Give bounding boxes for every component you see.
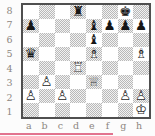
square-f5 bbox=[102, 47, 118, 61]
rank-label-2: 2 bbox=[0, 90, 19, 105]
square-b8 bbox=[39, 5, 55, 19]
file-label-f: f bbox=[100, 119, 116, 132]
square-f1 bbox=[102, 103, 118, 117]
piece-white-queen: ♕ bbox=[86, 75, 102, 89]
square-d3 bbox=[70, 75, 86, 89]
file-label-h: h bbox=[131, 119, 147, 132]
square-g4 bbox=[118, 61, 134, 75]
rank-labels: 87654321 bbox=[0, 3, 19, 119]
square-g7: ♟ bbox=[118, 19, 134, 33]
rank-label-4: 4 bbox=[0, 61, 19, 76]
square-e2 bbox=[86, 89, 102, 103]
square-b2 bbox=[39, 89, 55, 103]
square-a5: ♛ bbox=[23, 47, 39, 61]
piece-white-king: ♔ bbox=[133, 103, 149, 117]
piece-black-queen: ♛ bbox=[23, 47, 39, 61]
square-f2 bbox=[102, 89, 118, 103]
square-g2: ♟♙ bbox=[118, 89, 134, 103]
file-label-e: e bbox=[84, 119, 100, 132]
square-e1 bbox=[86, 103, 102, 117]
rank-label-1: 1 bbox=[0, 105, 19, 120]
square-b7 bbox=[39, 19, 55, 33]
piece-black-pawn: ♟ bbox=[118, 19, 134, 33]
file-label-a: a bbox=[21, 119, 37, 132]
file-label-c: c bbox=[53, 119, 69, 132]
square-g5 bbox=[118, 47, 134, 61]
square-f4 bbox=[102, 61, 118, 75]
square-d6 bbox=[70, 33, 86, 47]
piece-black-rook: ♜ bbox=[70, 5, 86, 19]
rank-label-5: 5 bbox=[0, 47, 19, 62]
square-c7 bbox=[55, 19, 71, 33]
square-c6 bbox=[55, 33, 71, 47]
rank-label-3: 3 bbox=[0, 76, 19, 91]
square-b3: ♟♙ bbox=[39, 75, 55, 89]
piece-white-pawn: ♙ bbox=[118, 89, 134, 103]
square-f7: ♟ bbox=[102, 19, 118, 33]
square-b1 bbox=[39, 103, 55, 117]
piece-black-pawn: ♟ bbox=[102, 19, 118, 33]
square-e5: ♝♗ bbox=[86, 47, 102, 61]
square-e3: ♛♕ bbox=[86, 75, 102, 89]
square-f3 bbox=[102, 75, 118, 89]
rank-label-8: 8 bbox=[0, 3, 19, 18]
square-d1 bbox=[70, 103, 86, 117]
square-h4 bbox=[133, 61, 149, 75]
chess-board: ♜♚♟♝♟♟♟♝♛♝♗♝♗♜♖♟♙♛♕♟♙♟♙♟♙♟♙♚♔ bbox=[21, 3, 151, 119]
square-f6 bbox=[102, 33, 118, 47]
file-label-g: g bbox=[116, 119, 132, 132]
pink-underline bbox=[0, 133, 113, 135]
rank-label-7: 7 bbox=[0, 18, 19, 33]
rank-label-6: 6 bbox=[0, 32, 19, 47]
piece-white-pawn: ♙ bbox=[23, 89, 39, 103]
file-label-d: d bbox=[68, 119, 84, 132]
square-d4: ♜♖ bbox=[70, 61, 86, 75]
square-g1 bbox=[118, 103, 134, 117]
square-a7: ♟ bbox=[23, 19, 39, 33]
piece-black-pawn: ♟ bbox=[133, 19, 149, 33]
piece-white-rook: ♖ bbox=[70, 61, 86, 75]
file-labels: abcdefgh bbox=[21, 119, 151, 132]
piece-white-bishop: ♗ bbox=[86, 47, 102, 61]
square-b5 bbox=[39, 47, 55, 61]
square-g6 bbox=[118, 33, 134, 47]
square-b6 bbox=[39, 33, 55, 47]
square-c5 bbox=[55, 47, 71, 61]
square-h5: ♝♗ bbox=[133, 47, 149, 61]
piece-black-pawn: ♟ bbox=[23, 19, 39, 33]
square-c8 bbox=[55, 5, 71, 19]
square-c4 bbox=[55, 61, 71, 75]
piece-white-pawn: ♙ bbox=[39, 75, 55, 89]
square-c1 bbox=[55, 103, 71, 117]
chess-diagram: 87654321 ♜♚♟♝♟♟♟♝♛♝♗♝♗♜♖♟♙♛♕♟♙♟♙♟♙♟♙♚♔ a… bbox=[0, 0, 155, 136]
piece-white-bishop: ♗ bbox=[133, 47, 149, 61]
square-d2 bbox=[70, 89, 86, 103]
square-h7: ♟ bbox=[133, 19, 149, 33]
square-d7 bbox=[70, 19, 86, 33]
square-d8: ♜ bbox=[70, 5, 86, 19]
square-a2: ♟♙ bbox=[23, 89, 39, 103]
square-c2: ♟♙ bbox=[55, 89, 71, 103]
square-a1 bbox=[23, 103, 39, 117]
square-a4 bbox=[23, 61, 39, 75]
piece-white-pawn: ♙ bbox=[55, 89, 71, 103]
square-h1: ♚♔ bbox=[133, 103, 149, 117]
file-label-b: b bbox=[37, 119, 53, 132]
